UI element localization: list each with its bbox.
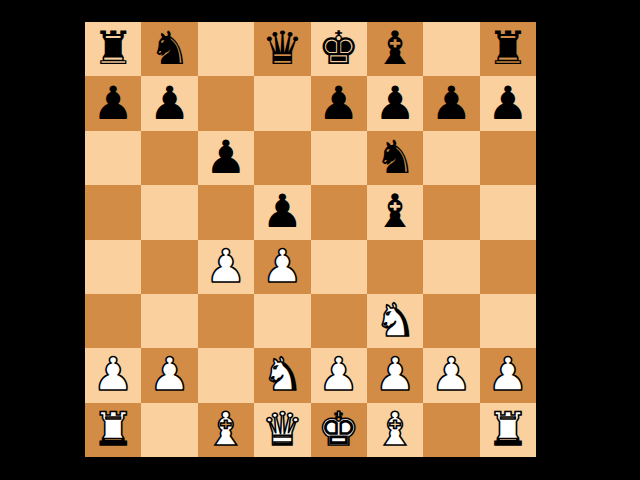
square-d6[interactable] [254, 131, 310, 185]
black-pawn-h7[interactable]: ♟ [487, 80, 528, 126]
square-f6[interactable]: ♞ [367, 131, 423, 185]
square-e4[interactable] [311, 240, 367, 294]
square-a5[interactable] [85, 185, 141, 239]
square-a3[interactable] [85, 294, 141, 348]
square-g6[interactable] [423, 131, 479, 185]
square-g5[interactable] [423, 185, 479, 239]
square-b4[interactable] [141, 240, 197, 294]
square-e8[interactable]: ♚ [311, 22, 367, 76]
square-b3[interactable] [141, 294, 197, 348]
square-c3[interactable] [198, 294, 254, 348]
white-pawn-c4[interactable]: ♟ [205, 243, 246, 289]
square-c2[interactable] [198, 348, 254, 402]
square-d4[interactable]: ♟ [254, 240, 310, 294]
square-e5[interactable] [311, 185, 367, 239]
square-a7[interactable]: ♟ [85, 76, 141, 130]
square-f7[interactable]: ♟ [367, 76, 423, 130]
square-h5[interactable] [480, 185, 536, 239]
square-c5[interactable] [198, 185, 254, 239]
square-a4[interactable] [85, 240, 141, 294]
black-king-e8[interactable]: ♚ [318, 25, 359, 71]
square-c7[interactable] [198, 76, 254, 130]
square-a8[interactable]: ♜ [85, 22, 141, 76]
square-d2[interactable]: ♞ [254, 348, 310, 402]
white-pawn-a2[interactable]: ♟ [93, 351, 134, 397]
white-pawn-h2[interactable]: ♟ [487, 351, 528, 397]
square-d5[interactable]: ♟ [254, 185, 310, 239]
white-knight-d2[interactable]: ♞ [262, 351, 303, 397]
black-bishop-f5[interactable]: ♝ [374, 188, 415, 234]
square-b6[interactable] [141, 131, 197, 185]
square-e6[interactable] [311, 131, 367, 185]
black-pawn-c6[interactable]: ♟ [205, 134, 246, 180]
white-pawn-b2[interactable]: ♟ [149, 351, 190, 397]
square-a6[interactable] [85, 131, 141, 185]
square-d3[interactable] [254, 294, 310, 348]
square-d1[interactable]: ♛ [254, 403, 310, 457]
square-f1[interactable]: ♝ [367, 403, 423, 457]
square-f2[interactable]: ♟ [367, 348, 423, 402]
square-f8[interactable]: ♝ [367, 22, 423, 76]
square-h1[interactable]: ♜ [480, 403, 536, 457]
square-f4[interactable] [367, 240, 423, 294]
black-bishop-f8[interactable]: ♝ [374, 25, 415, 71]
square-d8[interactable]: ♛ [254, 22, 310, 76]
square-b1[interactable] [141, 403, 197, 457]
black-pawn-a7[interactable]: ♟ [93, 80, 134, 126]
square-h2[interactable]: ♟ [480, 348, 536, 402]
square-a1[interactable]: ♜ [85, 403, 141, 457]
black-knight-f6[interactable]: ♞ [374, 134, 415, 180]
square-b7[interactable]: ♟ [141, 76, 197, 130]
white-pawn-e2[interactable]: ♟ [318, 351, 359, 397]
square-g7[interactable]: ♟ [423, 76, 479, 130]
square-d7[interactable] [254, 76, 310, 130]
square-g3[interactable] [423, 294, 479, 348]
square-g1[interactable] [423, 403, 479, 457]
square-c8[interactable] [198, 22, 254, 76]
white-pawn-f2[interactable]: ♟ [374, 351, 415, 397]
video-frame: ♜♞♛♚♝♜♟♟♟♟♟♟♟♞♟♝♟♟♞♟♟♞♟♟♟♟♜♝♛♚♝♜ [0, 0, 640, 480]
black-queen-d8[interactable]: ♛ [262, 25, 303, 71]
black-knight-b8[interactable]: ♞ [149, 25, 190, 71]
black-rook-a8[interactable]: ♜ [93, 25, 134, 71]
white-king-e1[interactable]: ♚ [318, 406, 359, 452]
white-pawn-g2[interactable]: ♟ [431, 351, 472, 397]
square-c1[interactable]: ♝ [198, 403, 254, 457]
square-e7[interactable]: ♟ [311, 76, 367, 130]
square-e1[interactable]: ♚ [311, 403, 367, 457]
white-bishop-c1[interactable]: ♝ [205, 406, 246, 452]
square-b5[interactable] [141, 185, 197, 239]
square-h6[interactable] [480, 131, 536, 185]
square-h8[interactable]: ♜ [480, 22, 536, 76]
chess-board: ♜♞♛♚♝♜♟♟♟♟♟♟♟♞♟♝♟♟♞♟♟♞♟♟♟♟♜♝♛♚♝♜ [85, 22, 536, 457]
square-a2[interactable]: ♟ [85, 348, 141, 402]
square-b2[interactable]: ♟ [141, 348, 197, 402]
square-c4[interactable]: ♟ [198, 240, 254, 294]
white-knight-f3[interactable]: ♞ [374, 297, 415, 343]
square-c6[interactable]: ♟ [198, 131, 254, 185]
square-f5[interactable]: ♝ [367, 185, 423, 239]
square-h4[interactable] [480, 240, 536, 294]
black-pawn-b7[interactable]: ♟ [149, 80, 190, 126]
square-e3[interactable] [311, 294, 367, 348]
square-b8[interactable]: ♞ [141, 22, 197, 76]
white-rook-h1[interactable]: ♜ [487, 406, 528, 452]
square-g8[interactable] [423, 22, 479, 76]
square-g4[interactable] [423, 240, 479, 294]
black-pawn-g7[interactable]: ♟ [431, 80, 472, 126]
white-bishop-f1[interactable]: ♝ [374, 406, 415, 452]
black-pawn-d5[interactable]: ♟ [262, 188, 303, 234]
square-h3[interactable] [480, 294, 536, 348]
square-g2[interactable]: ♟ [423, 348, 479, 402]
white-queen-d1[interactable]: ♛ [262, 406, 303, 452]
square-e2[interactable]: ♟ [311, 348, 367, 402]
black-rook-h8[interactable]: ♜ [487, 25, 528, 71]
black-pawn-f7[interactable]: ♟ [374, 80, 415, 126]
square-h7[interactable]: ♟ [480, 76, 536, 130]
white-rook-a1[interactable]: ♜ [93, 406, 134, 452]
black-pawn-e7[interactable]: ♟ [318, 80, 359, 126]
white-pawn-d4[interactable]: ♟ [262, 243, 303, 289]
square-f3[interactable]: ♞ [367, 294, 423, 348]
